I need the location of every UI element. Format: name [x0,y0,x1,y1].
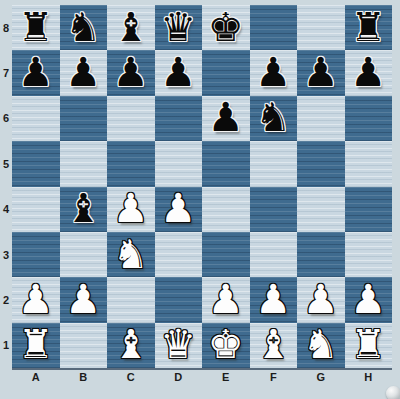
square-d5[interactable] [155,141,203,186]
file-label-c: C [107,371,155,387]
piece-white-pawn[interactable]: ♟ [255,279,291,319]
square-a2[interactable]: ♟ [12,277,60,322]
square-b5[interactable] [60,141,108,186]
square-d1[interactable]: ♛ [155,323,203,368]
square-e2[interactable]: ♟ [202,277,250,322]
piece-black-pawn[interactable]: ♟ [65,52,101,92]
piece-white-bishop[interactable]: ♝ [255,324,291,364]
square-c7[interactable]: ♟ [107,50,155,95]
piece-black-pawn[interactable]: ♟ [255,52,291,92]
square-d7[interactable]: ♟ [155,50,203,95]
piece-white-king[interactable]: ♚ [208,324,244,364]
square-g8[interactable] [297,5,345,50]
square-d4[interactable]: ♟ [155,187,203,232]
piece-white-rook[interactable]: ♜ [350,324,386,364]
piece-white-pawn[interactable]: ♟ [350,279,386,319]
piece-white-pawn[interactable]: ♟ [208,279,244,319]
square-a8[interactable]: ♜ [12,5,60,50]
square-d3[interactable] [155,232,203,277]
square-f5[interactable] [250,141,298,186]
chess-diagram-page: 87654321 ♜♞♝♛♚♜♟♟♟♟♟♟♟♟♞♝♟♟♞♟♟♟♟♟♟♜♝♛♚♝♞… [0,0,400,399]
square-c1[interactable]: ♝ [107,323,155,368]
square-g1[interactable]: ♞ [297,323,345,368]
rank-label-7: 7 [0,50,12,95]
chess-board: ♜♞♝♛♚♜♟♟♟♟♟♟♟♟♞♝♟♟♞♟♟♟♟♟♟♜♝♛♚♝♞♜ [12,5,392,368]
square-e8[interactable]: ♚ [202,5,250,50]
rank-label-3: 3 [0,232,12,277]
piece-black-king[interactable]: ♚ [208,7,244,47]
square-f7[interactable]: ♟ [250,50,298,95]
piece-white-pawn[interactable]: ♟ [18,279,54,319]
piece-black-bishop[interactable]: ♝ [65,188,101,228]
piece-black-pawn[interactable]: ♟ [160,52,196,92]
ball-decoration-icon [386,386,400,399]
piece-white-pawn[interactable]: ♟ [160,188,196,228]
square-g2[interactable]: ♟ [297,277,345,322]
rank-label-8: 8 [0,5,12,50]
rank-label-6: 6 [0,96,12,141]
piece-white-queen[interactable]: ♛ [160,324,196,364]
square-h6[interactable] [345,96,393,141]
rank-label-4: 4 [0,187,12,232]
piece-white-bishop[interactable]: ♝ [113,324,149,364]
square-h3[interactable] [345,232,393,277]
piece-white-rook[interactable]: ♜ [18,324,54,364]
square-f8[interactable] [250,5,298,50]
square-e4[interactable] [202,187,250,232]
square-h2[interactable]: ♟ [345,277,393,322]
square-c6[interactable] [107,96,155,141]
file-label-d: D [155,371,203,387]
piece-white-knight[interactable]: ♞ [303,324,339,364]
square-g4[interactable] [297,187,345,232]
piece-black-knight[interactable]: ♞ [65,7,101,47]
square-b8[interactable]: ♞ [60,5,108,50]
piece-black-knight[interactable]: ♞ [255,97,291,137]
piece-black-pawn[interactable]: ♟ [303,52,339,92]
square-f6[interactable]: ♞ [250,96,298,141]
piece-black-pawn[interactable]: ♟ [113,52,149,92]
square-h8[interactable]: ♜ [345,5,393,50]
piece-black-rook[interactable]: ♜ [350,7,386,47]
square-c4[interactable]: ♟ [107,187,155,232]
square-f1[interactable]: ♝ [250,323,298,368]
square-a7[interactable]: ♟ [12,50,60,95]
square-d8[interactable]: ♛ [155,5,203,50]
piece-white-knight[interactable]: ♞ [113,234,149,274]
piece-white-pawn[interactable]: ♟ [65,279,101,319]
square-a3[interactable] [12,232,60,277]
piece-white-pawn[interactable]: ♟ [303,279,339,319]
piece-black-bishop[interactable]: ♝ [113,7,149,47]
piece-black-queen[interactable]: ♛ [160,7,196,47]
square-c3[interactable]: ♞ [107,232,155,277]
square-g6[interactable] [297,96,345,141]
file-labels: ABCDEFGH [12,371,392,387]
file-label-f: F [250,371,298,387]
square-a1[interactable]: ♜ [12,323,60,368]
square-b7[interactable]: ♟ [60,50,108,95]
square-b1[interactable] [60,323,108,368]
square-c5[interactable] [107,141,155,186]
square-h1[interactable]: ♜ [345,323,393,368]
square-g5[interactable] [297,141,345,186]
square-e7[interactable] [202,50,250,95]
square-b2[interactable]: ♟ [60,277,108,322]
square-e6[interactable]: ♟ [202,96,250,141]
square-g7[interactable]: ♟ [297,50,345,95]
square-h7[interactable]: ♟ [345,50,393,95]
file-label-g: G [297,371,345,387]
square-f3[interactable] [250,232,298,277]
piece-black-pawn[interactable]: ♟ [350,52,386,92]
rank-label-5: 5 [0,141,12,186]
file-label-h: H [345,371,393,387]
square-c2[interactable] [107,277,155,322]
square-g3[interactable] [297,232,345,277]
square-h5[interactable] [345,141,393,186]
square-b3[interactable] [60,232,108,277]
square-a5[interactable] [12,141,60,186]
square-h4[interactable] [345,187,393,232]
square-a6[interactable] [12,96,60,141]
file-label-a: A [12,371,60,387]
piece-black-rook[interactable]: ♜ [18,7,54,47]
file-label-e: E [202,371,250,387]
square-e3[interactable] [202,232,250,277]
square-d2[interactable] [155,277,203,322]
rank-label-2: 2 [0,277,12,322]
square-b6[interactable] [60,96,108,141]
square-f4[interactable] [250,187,298,232]
square-a4[interactable] [12,187,60,232]
square-f2[interactable]: ♟ [250,277,298,322]
piece-white-pawn[interactable]: ♟ [113,188,149,228]
file-label-b: B [60,371,108,387]
piece-black-pawn[interactable]: ♟ [18,52,54,92]
rank-labels: 87654321 [0,5,12,368]
square-e1[interactable]: ♚ [202,323,250,368]
piece-black-pawn[interactable]: ♟ [208,97,244,137]
rank-label-1: 1 [0,323,12,368]
square-b4[interactable]: ♝ [60,187,108,232]
square-c8[interactable]: ♝ [107,5,155,50]
square-d6[interactable] [155,96,203,141]
square-e5[interactable] [202,141,250,186]
